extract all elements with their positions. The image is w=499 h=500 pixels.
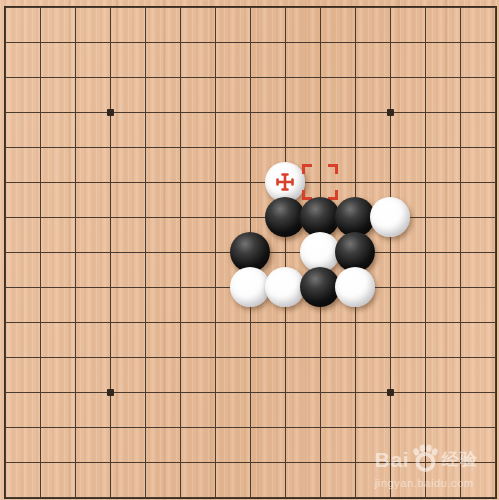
board-point[interactable] — [373, 130, 408, 165]
board-point[interactable] — [58, 200, 93, 235]
board-point[interactable] — [93, 95, 128, 130]
board-point[interactable] — [443, 340, 478, 375]
board-point[interactable] — [58, 130, 93, 165]
board-point[interactable] — [303, 0, 338, 25]
board-point[interactable] — [338, 235, 373, 270]
board-point[interactable] — [0, 445, 23, 480]
board-point[interactable] — [163, 410, 198, 445]
black-stone — [300, 267, 340, 307]
board-point[interactable] — [58, 235, 93, 270]
go-board: Bai 经验 jingyan.baidu.com — [0, 0, 499, 500]
board-point[interactable] — [163, 130, 198, 165]
board-point[interactable] — [58, 375, 93, 410]
board-point[interactable] — [198, 165, 233, 200]
board-point[interactable] — [443, 270, 478, 305]
board-point[interactable] — [233, 95, 268, 130]
board-point[interactable] — [93, 305, 128, 340]
board-point[interactable] — [373, 235, 408, 270]
board-point[interactable] — [198, 410, 233, 445]
board-point[interactable] — [373, 200, 408, 235]
board-point[interactable] — [268, 235, 303, 270]
board-point[interactable] — [233, 340, 268, 375]
board-point[interactable] — [443, 480, 478, 500]
board-point[interactable] — [338, 410, 373, 445]
board-point[interactable] — [0, 60, 23, 95]
board-point[interactable] — [443, 200, 478, 235]
board-point[interactable] — [163, 480, 198, 500]
board-point[interactable] — [443, 60, 478, 95]
board-point[interactable] — [58, 445, 93, 480]
board-point[interactable] — [303, 305, 338, 340]
board-point[interactable] — [198, 375, 233, 410]
board-point[interactable] — [58, 25, 93, 60]
board-point[interactable] — [23, 130, 58, 165]
board-point[interactable] — [163, 60, 198, 95]
board-point[interactable] — [478, 130, 499, 165]
board-point[interactable] — [408, 445, 443, 480]
board-point[interactable] — [23, 235, 58, 270]
board-point[interactable] — [338, 0, 373, 25]
highlight-corner-brackets — [302, 164, 338, 200]
board-point[interactable] — [198, 60, 233, 95]
board-point[interactable] — [338, 165, 373, 200]
board-point[interactable] — [23, 480, 58, 500]
board-point[interactable] — [198, 0, 233, 25]
board-point[interactable] — [408, 60, 443, 95]
board-point[interactable] — [338, 270, 373, 305]
board-point[interactable] — [58, 60, 93, 95]
board-point[interactable] — [303, 60, 338, 95]
board-point[interactable] — [373, 25, 408, 60]
board-point[interactable] — [58, 305, 93, 340]
board-point[interactable] — [233, 410, 268, 445]
board-point[interactable] — [163, 25, 198, 60]
board-point[interactable] — [373, 0, 408, 25]
black-stone — [300, 197, 340, 237]
board-point[interactable] — [408, 480, 443, 500]
board-point[interactable] — [198, 305, 233, 340]
board-point[interactable] — [0, 95, 23, 130]
board-point[interactable] — [478, 340, 499, 375]
board-point[interactable] — [268, 95, 303, 130]
board-point[interactable] — [58, 0, 93, 25]
board-point[interactable] — [0, 165, 23, 200]
board-point[interactable] — [338, 445, 373, 480]
black-stone — [335, 232, 375, 272]
board-point[interactable] — [233, 200, 268, 235]
board-point[interactable] — [373, 480, 408, 500]
board-point[interactable] — [0, 375, 23, 410]
board-point[interactable] — [338, 305, 373, 340]
board-point[interactable] — [23, 270, 58, 305]
board-point[interactable] — [233, 445, 268, 480]
board-point[interactable] — [93, 25, 128, 60]
board-point[interactable] — [478, 165, 499, 200]
board-point[interactable] — [408, 130, 443, 165]
board-point[interactable] — [443, 375, 478, 410]
board-point[interactable] — [233, 270, 268, 305]
board-point[interactable] — [268, 445, 303, 480]
board-point[interactable] — [408, 375, 443, 410]
board-point[interactable] — [23, 0, 58, 25]
board-point[interactable] — [163, 375, 198, 410]
board-point[interactable] — [163, 270, 198, 305]
board-point[interactable] — [23, 95, 58, 130]
board-point[interactable] — [23, 25, 58, 60]
board-point[interactable] — [23, 200, 58, 235]
board-point[interactable] — [338, 200, 373, 235]
board-point[interactable] — [268, 410, 303, 445]
board-point[interactable] — [303, 200, 338, 235]
bracket-corner-icon — [328, 164, 338, 174]
board-point[interactable] — [373, 95, 408, 130]
board-point[interactable] — [93, 0, 128, 25]
board-point[interactable] — [93, 445, 128, 480]
board-point[interactable] — [408, 235, 443, 270]
board-point[interactable] — [198, 340, 233, 375]
board-point[interactable] — [268, 375, 303, 410]
board-point[interactable] — [233, 25, 268, 60]
board-point[interactable] — [303, 270, 338, 305]
board-point[interactable] — [478, 445, 499, 480]
board-point[interactable] — [268, 165, 303, 200]
board-point[interactable] — [408, 165, 443, 200]
board-point[interactable] — [373, 305, 408, 340]
board-point[interactable] — [163, 305, 198, 340]
board-point[interactable] — [408, 270, 443, 305]
board-point[interactable] — [128, 445, 163, 480]
board-point[interactable] — [93, 480, 128, 500]
board-point[interactable] — [198, 25, 233, 60]
board-point[interactable] — [408, 0, 443, 25]
board-point[interactable] — [303, 130, 338, 165]
board-point[interactable] — [373, 410, 408, 445]
board-point[interactable] — [478, 480, 499, 500]
board-point[interactable] — [163, 165, 198, 200]
board-point[interactable] — [338, 95, 373, 130]
board-point[interactable] — [478, 60, 499, 95]
board-point[interactable] — [128, 200, 163, 235]
board-point[interactable] — [0, 480, 23, 500]
board-point[interactable] — [233, 305, 268, 340]
white-stone — [335, 267, 375, 307]
board-point[interactable] — [128, 130, 163, 165]
board-point[interactable] — [373, 375, 408, 410]
board-point[interactable] — [443, 95, 478, 130]
board-point[interactable] — [408, 410, 443, 445]
board-point[interactable] — [303, 95, 338, 130]
board-point[interactable] — [303, 25, 338, 60]
board-point[interactable] — [128, 95, 163, 130]
board-point[interactable] — [233, 130, 268, 165]
board-point[interactable] — [443, 165, 478, 200]
board-point[interactable] — [443, 410, 478, 445]
board-point[interactable] — [478, 25, 499, 60]
board-point[interactable] — [478, 305, 499, 340]
board-point[interactable] — [58, 410, 93, 445]
board-point[interactable] — [93, 130, 128, 165]
board-point[interactable] — [128, 270, 163, 305]
board-point[interactable] — [268, 200, 303, 235]
board-point[interactable] — [198, 270, 233, 305]
board-point[interactable] — [443, 235, 478, 270]
board-point[interactable] — [338, 130, 373, 165]
board-point[interactable] — [0, 25, 23, 60]
board-point[interactable] — [128, 235, 163, 270]
white-stone — [265, 267, 305, 307]
board-point[interactable] — [338, 60, 373, 95]
board-point[interactable] — [373, 340, 408, 375]
board-point[interactable] — [198, 200, 233, 235]
board-point[interactable] — [58, 165, 93, 200]
board-point-grid — [0, 0, 499, 500]
board-point[interactable] — [0, 410, 23, 445]
board-point[interactable] — [408, 340, 443, 375]
board-point[interactable] — [268, 270, 303, 305]
board-point[interactable] — [198, 235, 233, 270]
board-point[interactable] — [373, 270, 408, 305]
board-point[interactable] — [338, 340, 373, 375]
white-stone — [370, 197, 410, 237]
board-point[interactable] — [58, 480, 93, 500]
board-point[interactable] — [338, 375, 373, 410]
board-point[interactable] — [303, 235, 338, 270]
board-point[interactable] — [93, 60, 128, 95]
board-point[interactable] — [478, 375, 499, 410]
board-point[interactable] — [163, 95, 198, 130]
board-point[interactable] — [198, 95, 233, 130]
board-point[interactable] — [408, 200, 443, 235]
board-point[interactable] — [478, 270, 499, 305]
board-point[interactable] — [128, 60, 163, 95]
board-point[interactable] — [233, 0, 268, 25]
board-point[interactable] — [233, 480, 268, 500]
board-point[interactable] — [0, 340, 23, 375]
board-point[interactable] — [303, 375, 338, 410]
board-point[interactable] — [338, 25, 373, 60]
board-point[interactable] — [443, 305, 478, 340]
board-point[interactable] — [163, 340, 198, 375]
board-point[interactable] — [128, 305, 163, 340]
board-point[interactable] — [128, 340, 163, 375]
board-point[interactable] — [268, 0, 303, 25]
board-point[interactable] — [338, 480, 373, 500]
board-point[interactable] — [233, 235, 268, 270]
board-point[interactable] — [128, 375, 163, 410]
board-point[interactable] — [443, 0, 478, 25]
board-point[interactable] — [93, 270, 128, 305]
black-stone — [265, 197, 305, 237]
board-point[interactable] — [443, 25, 478, 60]
board-point[interactable] — [23, 445, 58, 480]
board-point[interactable] — [128, 410, 163, 445]
board-point[interactable] — [373, 60, 408, 95]
board-point[interactable] — [303, 340, 338, 375]
board-point[interactable] — [303, 165, 338, 200]
white-stone — [300, 232, 340, 272]
board-point[interactable] — [233, 60, 268, 95]
board-point[interactable] — [198, 445, 233, 480]
board-point[interactable] — [303, 480, 338, 500]
board-point[interactable] — [58, 340, 93, 375]
board-point[interactable] — [198, 480, 233, 500]
board-point[interactable] — [303, 445, 338, 480]
board-point[interactable] — [93, 165, 128, 200]
board-point[interactable] — [23, 375, 58, 410]
board-point[interactable] — [0, 130, 23, 165]
board-point[interactable] — [478, 200, 499, 235]
board-point[interactable] — [408, 25, 443, 60]
board-point[interactable] — [233, 375, 268, 410]
board-point[interactable] — [0, 270, 23, 305]
board-point[interactable] — [23, 165, 58, 200]
board-point[interactable] — [303, 410, 338, 445]
board-point[interactable] — [268, 480, 303, 500]
board-point[interactable] — [128, 25, 163, 60]
board-point[interactable] — [23, 305, 58, 340]
board-point[interactable] — [23, 340, 58, 375]
board-point[interactable] — [128, 165, 163, 200]
board-point[interactable] — [163, 235, 198, 270]
board-point[interactable] — [128, 480, 163, 500]
board-point[interactable] — [23, 60, 58, 95]
board-point[interactable] — [268, 305, 303, 340]
board-point[interactable] — [93, 200, 128, 235]
board-point[interactable] — [478, 410, 499, 445]
board-point[interactable] — [163, 445, 198, 480]
board-point[interactable] — [163, 0, 198, 25]
board-point[interactable] — [443, 130, 478, 165]
board-point[interactable] — [268, 340, 303, 375]
board-point[interactable] — [0, 235, 23, 270]
board-point[interactable] — [443, 445, 478, 480]
black-stone — [230, 232, 270, 272]
board-point[interactable] — [268, 60, 303, 95]
board-point[interactable] — [373, 165, 408, 200]
board-point[interactable] — [478, 235, 499, 270]
board-point[interactable] — [93, 375, 128, 410]
board-point[interactable] — [0, 305, 23, 340]
board-point[interactable] — [198, 130, 233, 165]
board-point[interactable] — [93, 235, 128, 270]
bracket-corner-icon — [302, 164, 312, 174]
white-stone — [265, 162, 305, 202]
white-stone — [230, 267, 270, 307]
board-point[interactable] — [0, 200, 23, 235]
board-point[interactable] — [373, 445, 408, 480]
board-point[interactable] — [58, 270, 93, 305]
board-point[interactable] — [23, 410, 58, 445]
black-stone — [335, 197, 375, 237]
last-move-cross-icon — [275, 172, 295, 192]
board-point[interactable] — [268, 130, 303, 165]
board-point[interactable] — [93, 410, 128, 445]
board-point[interactable] — [268, 25, 303, 60]
board-point[interactable] — [58, 95, 93, 130]
board-point[interactable] — [163, 200, 198, 235]
board-point[interactable] — [93, 340, 128, 375]
board-point[interactable] — [408, 95, 443, 130]
board-point[interactable] — [408, 305, 443, 340]
board-point[interactable] — [0, 0, 23, 25]
board-point[interactable] — [478, 95, 499, 130]
board-point[interactable] — [478, 0, 499, 25]
board-point[interactable] — [128, 0, 163, 25]
board-point[interactable] — [233, 165, 268, 200]
